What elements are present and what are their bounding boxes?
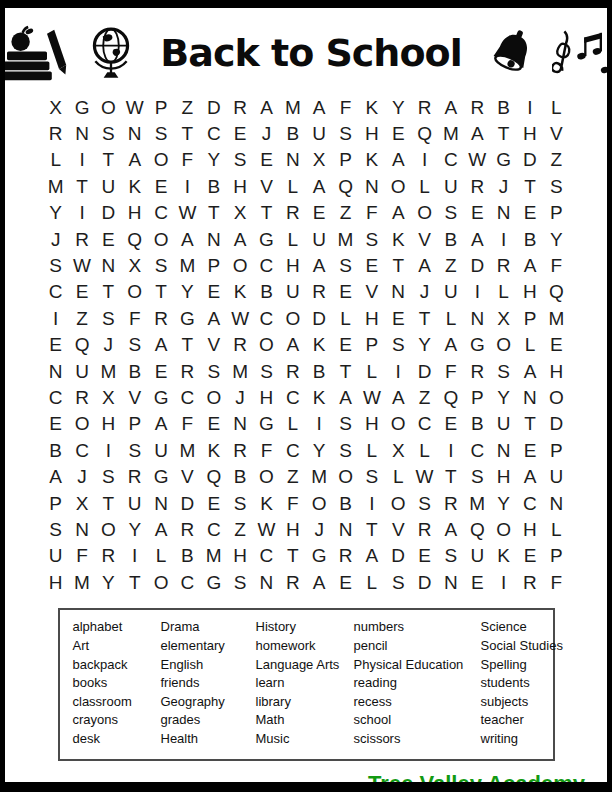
grid-cell-r9c8[interactable]: W [227, 305, 253, 331]
grid-cell-r7c4[interactable]: X [122, 252, 148, 278]
grid-cell-r4c13[interactable]: N [359, 173, 385, 199]
grid-cell-r18c16[interactable]: S [438, 543, 464, 569]
grid-cell-r9c12[interactable]: L [332, 305, 358, 331]
grid-cell-r17c3[interactable]: O [95, 516, 121, 542]
grid-cell-r1c9[interactable]: A [253, 94, 279, 120]
grid-cell-r4c17[interactable]: R [464, 173, 490, 199]
grid-cell-r3c13[interactable]: K [359, 147, 385, 173]
grid-cell-r7c11[interactable]: A [306, 252, 332, 278]
grid-cell-r4c1[interactable]: M [43, 173, 69, 199]
grid-cell-r19c7[interactable]: G [201, 569, 227, 595]
grid-cell-r8c16[interactable]: U [438, 279, 464, 305]
grid-cell-r15c3[interactable]: S [95, 463, 121, 489]
grid-cell-r11c8[interactable]: M [227, 358, 253, 384]
grid-cell-r2c14[interactable]: E [385, 120, 411, 146]
grid-cell-r7c16[interactable]: Z [438, 252, 464, 278]
grid-cell-r7c9[interactable]: C [253, 252, 279, 278]
grid-cell-r2c15[interactable]: Q [411, 120, 437, 146]
grid-cell-r13c14[interactable]: O [385, 411, 411, 437]
grid-cell-r10c10[interactable]: A [280, 332, 306, 358]
grid-cell-r3c11[interactable]: X [306, 147, 332, 173]
grid-cell-r1c8[interactable]: R [227, 94, 253, 120]
grid-cell-r18c2[interactable]: F [69, 543, 95, 569]
grid-cell-r19c1[interactable]: H [43, 569, 69, 595]
grid-cell-r11c4[interactable]: B [122, 358, 148, 384]
grid-cell-r7c13[interactable]: E [359, 252, 385, 278]
grid-cell-r15c1[interactable]: A [43, 463, 69, 489]
grid-cell-r18c18[interactable]: K [490, 543, 516, 569]
grid-cell-r5c4[interactable]: H [122, 200, 148, 226]
grid-cell-r11c5[interactable]: E [148, 358, 174, 384]
grid-cell-r1c3[interactable]: O [95, 94, 121, 120]
grid-cell-r15c7[interactable]: Q [201, 463, 227, 489]
grid-cell-r19c15[interactable]: D [411, 569, 437, 595]
grid-cell-r4c20[interactable]: S [543, 173, 569, 199]
grid-cell-r15c11[interactable]: M [306, 463, 332, 489]
grid-cell-r12c14[interactable]: A [385, 384, 411, 410]
grid-cell-r5c11[interactable]: E [306, 200, 332, 226]
grid-cell-r12c12[interactable]: A [332, 384, 358, 410]
grid-cell-r6c5[interactable]: O [148, 226, 174, 252]
grid-cell-r4c8[interactable]: H [227, 173, 253, 199]
grid-cell-r1c14[interactable]: Y [385, 94, 411, 120]
grid-cell-r9c3[interactable]: S [95, 305, 121, 331]
grid-cell-r5c18[interactable]: N [490, 200, 516, 226]
grid-cell-r13c18[interactable]: U [490, 411, 516, 437]
grid-cell-r9c17[interactable]: N [464, 305, 490, 331]
grid-cell-r3c12[interactable]: P [332, 147, 358, 173]
grid-cell-r13c2[interactable]: O [69, 411, 95, 437]
grid-cell-r2c17[interactable]: A [464, 120, 490, 146]
grid-cell-r10c17[interactable]: G [464, 332, 490, 358]
grid-cell-r12c6[interactable]: C [174, 384, 200, 410]
grid-cell-r18c1[interactable]: U [43, 543, 69, 569]
grid-cell-r12c7[interactable]: O [201, 384, 227, 410]
grid-cell-r12c8[interactable]: J [227, 384, 253, 410]
grid-cell-r14c5[interactable]: U [148, 437, 174, 463]
grid-cell-r16c14[interactable]: O [385, 490, 411, 516]
grid-cell-r6c16[interactable]: B [438, 226, 464, 252]
grid-cell-r4c11[interactable]: A [306, 173, 332, 199]
grid-cell-r7c2[interactable]: W [69, 252, 95, 278]
grid-cell-r1c4[interactable]: W [122, 94, 148, 120]
grid-cell-r14c14[interactable]: X [385, 437, 411, 463]
grid-cell-r9c5[interactable]: R [148, 305, 174, 331]
grid-cell-r15c8[interactable]: B [227, 463, 253, 489]
grid-cell-r4c15[interactable]: L [411, 173, 437, 199]
grid-cell-r7c15[interactable]: A [411, 252, 437, 278]
grid-cell-r14c10[interactable]: C [280, 437, 306, 463]
grid-cell-r8c3[interactable]: T [95, 279, 121, 305]
grid-cell-r11c19[interactable]: A [517, 358, 543, 384]
grid-cell-r1c2[interactable]: G [69, 94, 95, 120]
grid-cell-r11c6[interactable]: R [174, 358, 200, 384]
grid-cell-r1c19[interactable]: I [517, 94, 543, 120]
grid-cell-r3c17[interactable]: W [464, 147, 490, 173]
grid-cell-r18c14[interactable]: D [385, 543, 411, 569]
grid-cell-r5c16[interactable]: S [438, 200, 464, 226]
grid-cell-r15c19[interactable]: A [517, 463, 543, 489]
grid-cell-r7c17[interactable]: D [464, 252, 490, 278]
grid-cell-r10c9[interactable]: O [253, 332, 279, 358]
grid-cell-r16c13[interactable]: I [359, 490, 385, 516]
grid-cell-r18c7[interactable]: M [201, 543, 227, 569]
grid-cell-r5c7[interactable]: T [201, 200, 227, 226]
grid-cell-r13c7[interactable]: E [201, 411, 227, 437]
grid-cell-r11c15[interactable]: D [411, 358, 437, 384]
grid-cell-r5c20[interactable]: P [543, 200, 569, 226]
grid-cell-r13c16[interactable]: E [438, 411, 464, 437]
grid-cell-r6c17[interactable]: A [464, 226, 490, 252]
grid-cell-r10c8[interactable]: R [227, 332, 253, 358]
grid-cell-r13c10[interactable]: L [280, 411, 306, 437]
grid-cell-r5c12[interactable]: Z [332, 200, 358, 226]
grid-cell-r5c10[interactable]: R [280, 200, 306, 226]
grid-cell-r8c18[interactable]: L [490, 279, 516, 305]
grid-cell-r16c9[interactable]: K [253, 490, 279, 516]
grid-cell-r6c19[interactable]: B [517, 226, 543, 252]
grid-cell-r14c1[interactable]: B [43, 437, 69, 463]
grid-cell-r3c2[interactable]: I [69, 147, 95, 173]
grid-cell-r17c2[interactable]: N [69, 516, 95, 542]
grid-cell-r10c4[interactable]: S [122, 332, 148, 358]
grid-cell-r11c3[interactable]: M [95, 358, 121, 384]
grid-cell-r13c1[interactable]: E [43, 411, 69, 437]
grid-cell-r17c5[interactable]: A [148, 516, 174, 542]
grid-cell-r8c14[interactable]: N [385, 279, 411, 305]
grid-cell-r3c8[interactable]: S [227, 147, 253, 173]
grid-cell-r7c19[interactable]: A [517, 252, 543, 278]
grid-cell-r3c10[interactable]: N [280, 147, 306, 173]
grid-cell-r13c9[interactable]: G [253, 411, 279, 437]
grid-cell-r4c14[interactable]: O [385, 173, 411, 199]
grid-cell-r18c15[interactable]: E [411, 543, 437, 569]
grid-cell-r8c10[interactable]: U [280, 279, 306, 305]
grid-cell-r19c16[interactable]: N [438, 569, 464, 595]
grid-cell-r16c8[interactable]: S [227, 490, 253, 516]
grid-cell-r7c20[interactable]: F [543, 252, 569, 278]
grid-cell-r16c12[interactable]: B [332, 490, 358, 516]
grid-cell-r11c11[interactable]: B [306, 358, 332, 384]
grid-cell-r10c14[interactable]: S [385, 332, 411, 358]
grid-cell-r17c4[interactable]: Y [122, 516, 148, 542]
grid-cell-r13c19[interactable]: T [517, 411, 543, 437]
grid-cell-r10c13[interactable]: P [359, 332, 385, 358]
grid-cell-r10c19[interactable]: L [517, 332, 543, 358]
grid-cell-r10c20[interactable]: E [543, 332, 569, 358]
grid-cell-r4c12[interactable]: Q [332, 173, 358, 199]
grid-cell-r17c16[interactable]: A [438, 516, 464, 542]
grid-cell-r4c4[interactable]: K [122, 173, 148, 199]
grid-cell-r10c15[interactable]: Y [411, 332, 437, 358]
grid-cell-r11c18[interactable]: S [490, 358, 516, 384]
grid-cell-r13c8[interactable]: N [227, 411, 253, 437]
grid-cell-r3c18[interactable]: G [490, 147, 516, 173]
grid-cell-r13c12[interactable]: S [332, 411, 358, 437]
grid-cell-r1c11[interactable]: A [306, 94, 332, 120]
grid-cell-r11c16[interactable]: F [438, 358, 464, 384]
grid-cell-r18c12[interactable]: R [332, 543, 358, 569]
grid-cell-r14c16[interactable]: I [438, 437, 464, 463]
grid-cell-r17c13[interactable]: T [359, 516, 385, 542]
grid-cell-r15c16[interactable]: T [438, 463, 464, 489]
grid-cell-r16c5[interactable]: N [148, 490, 174, 516]
grid-cell-r3c7[interactable]: Y [201, 147, 227, 173]
grid-cell-r7c14[interactable]: T [385, 252, 411, 278]
grid-cell-r12c16[interactable]: Q [438, 384, 464, 410]
grid-cell-r2c19[interactable]: H [517, 120, 543, 146]
grid-cell-r1c17[interactable]: R [464, 94, 490, 120]
grid-cell-r8c19[interactable]: H [517, 279, 543, 305]
grid-cell-r16c16[interactable]: R [438, 490, 464, 516]
grid-cell-r19c20[interactable]: F [543, 569, 569, 595]
grid-cell-r8c11[interactable]: R [306, 279, 332, 305]
grid-cell-r4c7[interactable]: B [201, 173, 227, 199]
grid-cell-r15c5[interactable]: G [148, 463, 174, 489]
grid-cell-r19c11[interactable]: A [306, 569, 332, 595]
grid-cell-r16c11[interactable]: O [306, 490, 332, 516]
grid-cell-r1c15[interactable]: R [411, 94, 437, 120]
grid-cell-r6c18[interactable]: I [490, 226, 516, 252]
grid-cell-r10c12[interactable]: E [332, 332, 358, 358]
grid-cell-r9c16[interactable]: L [438, 305, 464, 331]
grid-cell-r2c4[interactable]: N [122, 120, 148, 146]
grid-cell-r15c4[interactable]: R [122, 463, 148, 489]
grid-cell-r16c1[interactable]: P [43, 490, 69, 516]
grid-cell-r8c7[interactable]: E [201, 279, 227, 305]
grid-cell-r18c5[interactable]: L [148, 543, 174, 569]
grid-cell-r2c20[interactable]: V [543, 120, 569, 146]
grid-cell-r5c15[interactable]: O [411, 200, 437, 226]
grid-cell-r1c12[interactable]: F [332, 94, 358, 120]
grid-cell-r12c4[interactable]: V [122, 384, 148, 410]
grid-cell-r12c15[interactable]: Z [411, 384, 437, 410]
grid-cell-r18c8[interactable]: H [227, 543, 253, 569]
grid-cell-r6c7[interactable]: N [201, 226, 227, 252]
grid-cell-r12c19[interactable]: N [517, 384, 543, 410]
grid-cell-r16c19[interactable]: C [517, 490, 543, 516]
grid-cell-r5c2[interactable]: I [69, 200, 95, 226]
grid-cell-r6c12[interactable]: M [332, 226, 358, 252]
grid-cell-r15c18[interactable]: H [490, 463, 516, 489]
grid-cell-r4c6[interactable]: I [174, 173, 200, 199]
grid-cell-r4c2[interactable]: T [69, 173, 95, 199]
grid-cell-r19c6[interactable]: C [174, 569, 200, 595]
grid-cell-r12c3[interactable]: X [95, 384, 121, 410]
grid-cell-r10c7[interactable]: V [201, 332, 227, 358]
grid-cell-r19c12[interactable]: E [332, 569, 358, 595]
grid-cell-r4c16[interactable]: U [438, 173, 464, 199]
grid-cell-r8c6[interactable]: Y [174, 279, 200, 305]
grid-cell-r19c5[interactable]: O [148, 569, 174, 595]
grid-cell-r10c11[interactable]: K [306, 332, 332, 358]
grid-cell-r5c17[interactable]: E [464, 200, 490, 226]
grid-cell-r1c5[interactable]: P [148, 94, 174, 120]
grid-cell-r12c18[interactable]: Y [490, 384, 516, 410]
grid-cell-r18c19[interactable]: E [517, 543, 543, 569]
grid-cell-r17c20[interactable]: L [543, 516, 569, 542]
grid-cell-r4c18[interactable]: J [490, 173, 516, 199]
grid-cell-r8c9[interactable]: B [253, 279, 279, 305]
grid-cell-r3c16[interactable]: C [438, 147, 464, 173]
grid-cell-r4c9[interactable]: V [253, 173, 279, 199]
grid-cell-r12c10[interactable]: C [280, 384, 306, 410]
grid-cell-r4c5[interactable]: E [148, 173, 174, 199]
grid-cell-r1c20[interactable]: L [543, 94, 569, 120]
grid-cell-r11c14[interactable]: I [385, 358, 411, 384]
grid-cell-r1c13[interactable]: K [359, 94, 385, 120]
grid-cell-r4c3[interactable]: U [95, 173, 121, 199]
grid-cell-r17c1[interactable]: S [43, 516, 69, 542]
grid-cell-r8c5[interactable]: T [148, 279, 174, 305]
grid-cell-r13c11[interactable]: I [306, 411, 332, 437]
grid-cell-r14c7[interactable]: K [201, 437, 227, 463]
grid-cell-r17c14[interactable]: V [385, 516, 411, 542]
grid-cell-r19c9[interactable]: N [253, 569, 279, 595]
grid-cell-r9c10[interactable]: O [280, 305, 306, 331]
grid-cell-r7c1[interactable]: S [43, 252, 69, 278]
grid-cell-r19c17[interactable]: E [464, 569, 490, 595]
grid-cell-r11c20[interactable]: H [543, 358, 569, 384]
grid-cell-r19c13[interactable]: L [359, 569, 385, 595]
grid-cell-r19c10[interactable]: R [280, 569, 306, 595]
grid-cell-r5c1[interactable]: Y [43, 200, 69, 226]
grid-cell-r14c17[interactable]: C [464, 437, 490, 463]
grid-cell-r10c3[interactable]: J [95, 332, 121, 358]
grid-cell-r6c6[interactable]: A [174, 226, 200, 252]
grid-cell-r8c4[interactable]: O [122, 279, 148, 305]
grid-cell-r19c18[interactable]: I [490, 569, 516, 595]
grid-cell-r5c8[interactable]: X [227, 200, 253, 226]
grid-cell-r13c13[interactable]: H [359, 411, 385, 437]
grid-cell-r18c17[interactable]: U [464, 543, 490, 569]
grid-cell-r14c6[interactable]: M [174, 437, 200, 463]
grid-cell-r2c16[interactable]: M [438, 120, 464, 146]
grid-cell-r16c4[interactable]: U [122, 490, 148, 516]
grid-cell-r1c16[interactable]: A [438, 94, 464, 120]
grid-cell-r13c17[interactable]: B [464, 411, 490, 437]
grid-cell-r16c17[interactable]: M [464, 490, 490, 516]
grid-cell-r1c7[interactable]: D [201, 94, 227, 120]
grid-cell-r14c2[interactable]: C [69, 437, 95, 463]
grid-cell-r3c4[interactable]: A [122, 147, 148, 173]
grid-cell-r13c3[interactable]: H [95, 411, 121, 437]
grid-cell-r5c5[interactable]: C [148, 200, 174, 226]
grid-cell-r2c1[interactable]: R [43, 120, 69, 146]
grid-cell-r17c18[interactable]: O [490, 516, 516, 542]
grid-cell-r18c6[interactable]: B [174, 543, 200, 569]
grid-cell-r11c17[interactable]: R [464, 358, 490, 384]
grid-cell-r2c7[interactable]: C [201, 120, 227, 146]
grid-cell-r15c20[interactable]: U [543, 463, 569, 489]
grid-cell-r6c4[interactable]: Q [122, 226, 148, 252]
grid-cell-r3c14[interactable]: A [385, 147, 411, 173]
grid-cell-r13c4[interactable]: P [122, 411, 148, 437]
grid-cell-r19c4[interactable]: T [122, 569, 148, 595]
grid-cell-r18c10[interactable]: T [280, 543, 306, 569]
grid-cell-r2c8[interactable]: E [227, 120, 253, 146]
grid-cell-r12c9[interactable]: H [253, 384, 279, 410]
grid-cell-r6c8[interactable]: A [227, 226, 253, 252]
grid-cell-r14c12[interactable]: S [332, 437, 358, 463]
grid-cell-r17c15[interactable]: R [411, 516, 437, 542]
grid-cell-r2c10[interactable]: B [280, 120, 306, 146]
grid-cell-r16c2[interactable]: X [69, 490, 95, 516]
grid-cell-r10c16[interactable]: A [438, 332, 464, 358]
grid-cell-r18c3[interactable]: R [95, 543, 121, 569]
grid-cell-r2c3[interactable]: S [95, 120, 121, 146]
grid-cell-r12c17[interactable]: P [464, 384, 490, 410]
grid-cell-r17c9[interactable]: W [253, 516, 279, 542]
grid-cell-r8c2[interactable]: E [69, 279, 95, 305]
grid-cell-r7c12[interactable]: S [332, 252, 358, 278]
grid-cell-r11c2[interactable]: U [69, 358, 95, 384]
grid-cell-r16c6[interactable]: D [174, 490, 200, 516]
grid-cell-r17c12[interactable]: N [332, 516, 358, 542]
grid-cell-r2c6[interactable]: T [174, 120, 200, 146]
grid-cell-r2c2[interactable]: N [69, 120, 95, 146]
grid-cell-r15c15[interactable]: W [411, 463, 437, 489]
grid-cell-r7c5[interactable]: S [148, 252, 174, 278]
grid-cell-r15c2[interactable]: J [69, 463, 95, 489]
grid-cell-r3c1[interactable]: L [43, 147, 69, 173]
grid-cell-r16c18[interactable]: Y [490, 490, 516, 516]
grid-cell-r12c1[interactable]: C [43, 384, 69, 410]
grid-cell-r10c1[interactable]: E [43, 332, 69, 358]
grid-cell-r17c11[interactable]: J [306, 516, 332, 542]
grid-cell-r8c13[interactable]: V [359, 279, 385, 305]
grid-cell-r9c7[interactable]: A [201, 305, 227, 331]
grid-cell-r18c11[interactable]: G [306, 543, 332, 569]
grid-cell-r5c6[interactable]: W [174, 200, 200, 226]
grid-cell-r14c13[interactable]: L [359, 437, 385, 463]
grid-cell-r12c11[interactable]: K [306, 384, 332, 410]
grid-cell-r16c3[interactable]: T [95, 490, 121, 516]
grid-cell-r2c11[interactable]: U [306, 120, 332, 146]
grid-cell-r17c17[interactable]: Q [464, 516, 490, 542]
grid-cell-r6c2[interactable]: R [69, 226, 95, 252]
grid-cell-r14c20[interactable]: P [543, 437, 569, 463]
grid-cell-r15c17[interactable]: S [464, 463, 490, 489]
grid-cell-r13c5[interactable]: A [148, 411, 174, 437]
grid-cell-r9c13[interactable]: H [359, 305, 385, 331]
grid-cell-r7c18[interactable]: R [490, 252, 516, 278]
grid-cell-r1c6[interactable]: Z [174, 94, 200, 120]
grid-cell-r18c13[interactable]: A [359, 543, 385, 569]
grid-cell-r16c10[interactable]: F [280, 490, 306, 516]
grid-cell-r8c17[interactable]: I [464, 279, 490, 305]
grid-cell-r3c15[interactable]: I [411, 147, 437, 173]
grid-cell-r10c5[interactable]: A [148, 332, 174, 358]
grid-cell-r7c3[interactable]: N [95, 252, 121, 278]
grid-cell-r15c10[interactable]: Z [280, 463, 306, 489]
grid-cell-r14c11[interactable]: Y [306, 437, 332, 463]
grid-cell-r9c9[interactable]: C [253, 305, 279, 331]
grid-cell-r4c19[interactable]: T [517, 173, 543, 199]
grid-cell-r1c1[interactable]: X [43, 94, 69, 120]
grid-cell-r8c12[interactable]: E [332, 279, 358, 305]
grid-cell-r2c9[interactable]: J [253, 120, 279, 146]
grid-cell-r13c6[interactable]: F [174, 411, 200, 437]
grid-cell-r3c20[interactable]: Z [543, 147, 569, 173]
grid-cell-r15c6[interactable]: V [174, 463, 200, 489]
grid-cell-r5c3[interactable]: D [95, 200, 121, 226]
grid-cell-r9c18[interactable]: X [490, 305, 516, 331]
grid-cell-r3c3[interactable]: T [95, 147, 121, 173]
grid-cell-r1c10[interactable]: M [280, 94, 306, 120]
grid-cell-r14c3[interactable]: I [95, 437, 121, 463]
grid-cell-r19c14[interactable]: S [385, 569, 411, 595]
